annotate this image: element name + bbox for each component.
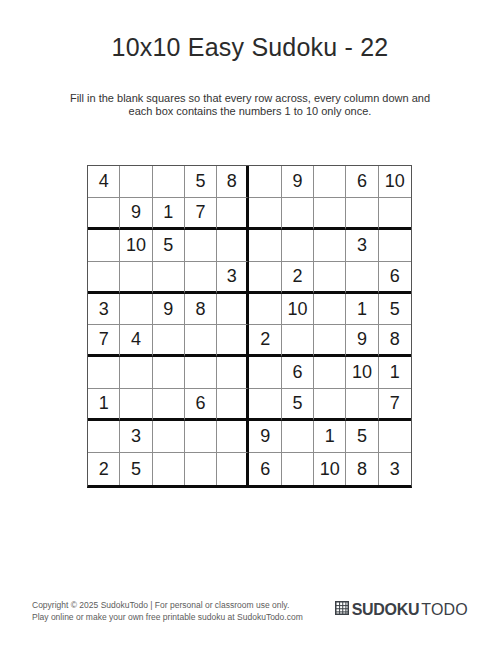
instructions-line1: Fill in the blank squares so that every … <box>0 92 500 105</box>
logo-text-todo: TODO <box>421 601 468 619</box>
cell-r2c7[interactable] <box>282 198 314 230</box>
cell-r10c8: 10 <box>314 453 346 485</box>
cell-r10c2: 5 <box>120 453 152 485</box>
cell-r6c6: 2 <box>249 325 281 357</box>
instructions: Fill in the blank squares so that every … <box>0 92 500 118</box>
cell-r7c1[interactable] <box>88 357 120 389</box>
cell-r7c5[interactable] <box>217 357 249 389</box>
cell-r2c8[interactable] <box>314 198 346 230</box>
cell-r6c3[interactable] <box>153 325 185 357</box>
cell-r4c1[interactable] <box>88 262 120 294</box>
cell-r6c2: 4 <box>120 325 152 357</box>
cell-r5c4: 8 <box>185 294 217 326</box>
footer-copyright: Copyright © 2025 SudokuTodo | For person… <box>32 599 303 623</box>
cell-r5c10: 5 <box>379 294 411 326</box>
cell-r1c4: 5 <box>185 166 217 198</box>
cell-r9c10[interactable] <box>379 421 411 453</box>
cell-r9c9: 5 <box>346 421 378 453</box>
cell-r3c10[interactable] <box>379 230 411 262</box>
cell-r10c1: 2 <box>88 453 120 485</box>
cell-r8c5[interactable] <box>217 389 249 421</box>
cell-r3c1[interactable] <box>88 230 120 262</box>
cell-r9c7[interactable] <box>282 421 314 453</box>
cell-r1c8[interactable] <box>314 166 346 198</box>
cell-r2c9[interactable] <box>346 198 378 230</box>
cell-r10c5[interactable] <box>217 453 249 485</box>
cell-r2c10[interactable] <box>379 198 411 230</box>
cell-r4c6[interactable] <box>249 262 281 294</box>
cell-r3c3: 5 <box>153 230 185 262</box>
cell-r9c5[interactable] <box>217 421 249 453</box>
cell-r4c4[interactable] <box>185 262 217 294</box>
cell-r8c6[interactable] <box>249 389 281 421</box>
cell-r8c1: 1 <box>88 389 120 421</box>
cell-r4c2[interactable] <box>120 262 152 294</box>
cell-r3c7[interactable] <box>282 230 314 262</box>
cell-r4c8[interactable] <box>314 262 346 294</box>
cell-r7c8[interactable] <box>314 357 346 389</box>
cell-r7c10: 1 <box>379 357 411 389</box>
cell-r3c5[interactable] <box>217 230 249 262</box>
cell-r10c10: 3 <box>379 453 411 485</box>
cell-r1c3[interactable] <box>153 166 185 198</box>
cell-r9c6: 9 <box>249 421 281 453</box>
cell-r8c3[interactable] <box>153 389 185 421</box>
cell-r6c5[interactable] <box>217 325 249 357</box>
cell-r4c5: 3 <box>217 262 249 294</box>
cell-r5c9: 1 <box>346 294 378 326</box>
cell-r7c7: 6 <box>282 357 314 389</box>
cell-r8c8[interactable] <box>314 389 346 421</box>
cell-r2c2: 9 <box>120 198 152 230</box>
cell-r1c1: 4 <box>88 166 120 198</box>
cell-r6c10: 8 <box>379 325 411 357</box>
cell-r9c3[interactable] <box>153 421 185 453</box>
cell-r10c7[interactable] <box>282 453 314 485</box>
cell-r6c9: 9 <box>346 325 378 357</box>
cell-r8c9[interactable] <box>346 389 378 421</box>
cell-r2c3: 1 <box>153 198 185 230</box>
cell-r2c6[interactable] <box>249 198 281 230</box>
cell-r5c6[interactable] <box>249 294 281 326</box>
page-title: 10x10 Easy Sudoku - 22 <box>0 33 500 62</box>
cell-r7c4[interactable] <box>185 357 217 389</box>
cell-r9c4[interactable] <box>185 421 217 453</box>
cell-r1c7: 9 <box>282 166 314 198</box>
cell-r8c7: 5 <box>282 389 314 421</box>
cell-r1c5: 8 <box>217 166 249 198</box>
cell-r7c2[interactable] <box>120 357 152 389</box>
cell-r4c10: 6 <box>379 262 411 294</box>
copyright-line1: Copyright © 2025 SudokuTodo | For person… <box>32 599 303 611</box>
cell-r8c2[interactable] <box>120 389 152 421</box>
cell-r6c1: 7 <box>88 325 120 357</box>
logo-text-sudoku: SUDOKU <box>352 601 420 619</box>
cell-r3c8[interactable] <box>314 230 346 262</box>
cell-r9c8: 1 <box>314 421 346 453</box>
cell-r1c10: 10 <box>379 166 411 198</box>
sudokutodo-logo: SUDOKU TODO <box>335 601 468 619</box>
cell-r5c1: 3 <box>88 294 120 326</box>
cell-r10c4[interactable] <box>185 453 217 485</box>
cell-r1c9: 6 <box>346 166 378 198</box>
cell-r6c7[interactable] <box>282 325 314 357</box>
sudoku-grid: 4589610917105332639810157429861011657391… <box>87 165 412 488</box>
cell-r2c1[interactable] <box>88 198 120 230</box>
cell-r1c2[interactable] <box>120 166 152 198</box>
cell-r5c2[interactable] <box>120 294 152 326</box>
copyright-line2: Play online or make your own free printa… <box>32 611 303 623</box>
cell-r10c3[interactable] <box>153 453 185 485</box>
cell-r6c4[interactable] <box>185 325 217 357</box>
cell-r4c9[interactable] <box>346 262 378 294</box>
cell-r7c6[interactable] <box>249 357 281 389</box>
cell-r4c7: 2 <box>282 262 314 294</box>
cell-r3c4[interactable] <box>185 230 217 262</box>
cell-r8c10: 7 <box>379 389 411 421</box>
cell-r3c2: 10 <box>120 230 152 262</box>
cell-r5c7: 10 <box>282 294 314 326</box>
cell-r7c9: 10 <box>346 357 378 389</box>
cell-r2c4: 7 <box>185 198 217 230</box>
cell-r1c6[interactable] <box>249 166 281 198</box>
cell-r2c5[interactable] <box>217 198 249 230</box>
cell-r5c8[interactable] <box>314 294 346 326</box>
instructions-line2: each box contains the numbers 1 to 10 on… <box>0 105 500 118</box>
cell-r3c9: 3 <box>346 230 378 262</box>
cell-r6c8[interactable] <box>314 325 346 357</box>
cell-r9c2: 3 <box>120 421 152 453</box>
sudoku-grid-icon <box>335 601 349 619</box>
cell-r5c3: 9 <box>153 294 185 326</box>
cell-r10c6: 6 <box>249 453 281 485</box>
cell-r5c5[interactable] <box>217 294 249 326</box>
cell-r3c6[interactable] <box>249 230 281 262</box>
cell-r9c1[interactable] <box>88 421 120 453</box>
cell-r7c3[interactable] <box>153 357 185 389</box>
cell-r4c3[interactable] <box>153 262 185 294</box>
cell-r10c9: 8 <box>346 453 378 485</box>
cell-r8c4: 6 <box>185 389 217 421</box>
